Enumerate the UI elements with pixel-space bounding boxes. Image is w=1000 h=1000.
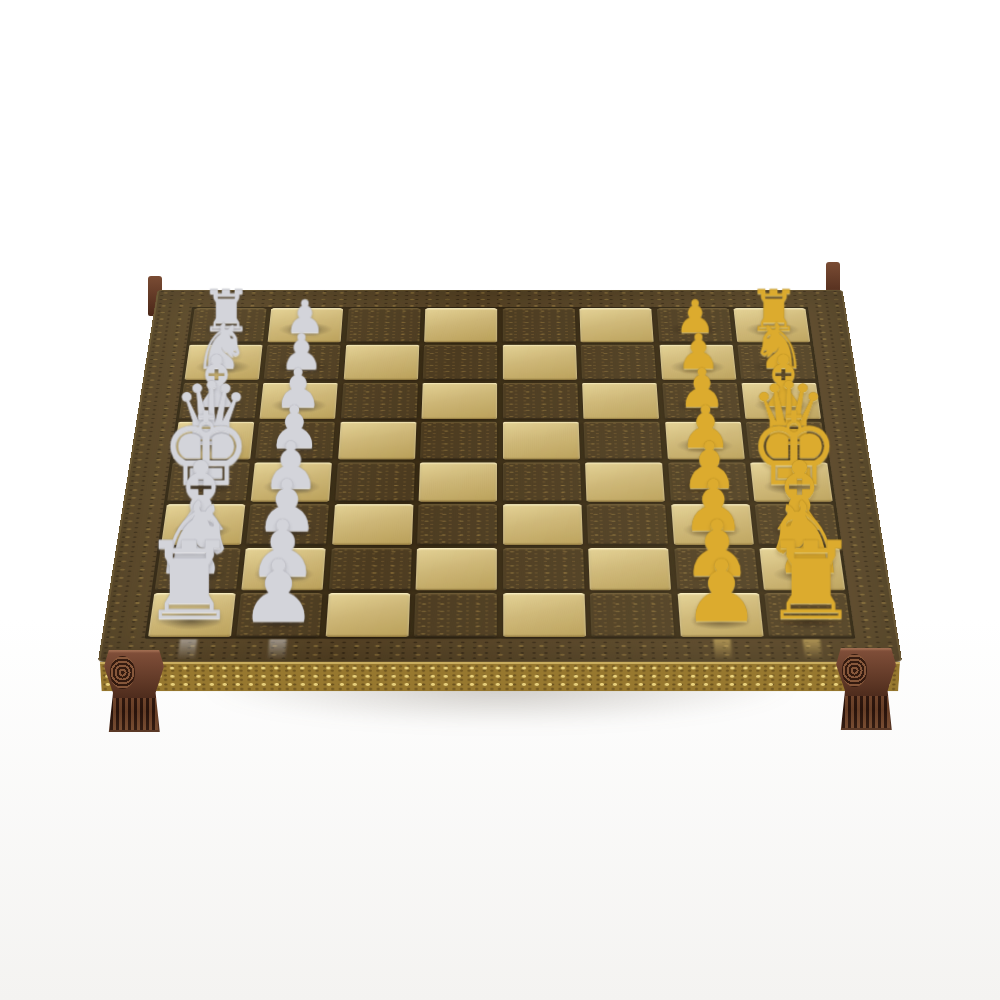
board-foot-front-right <box>836 648 896 730</box>
piece-contact-shadow <box>275 322 335 337</box>
piece-contact-shadow <box>677 478 741 495</box>
board-scene: ♜♟♟♜♞♟♟♞♝♟♟♝♛♟♟♛♚♟♟♚♝♟♟♝♞♟♟♞♜♟♟♜ <box>0 0 1000 1000</box>
square-g5 <box>503 548 584 590</box>
piece-contact-shadow <box>742 322 802 337</box>
piece-contact-shadow <box>668 359 729 375</box>
piece-reflection <box>714 639 733 660</box>
piece-reflection <box>178 639 198 660</box>
piece-reflection <box>802 639 822 660</box>
photo-stage: ♜♟♟♜♞♟♟♞♝♟♟♝♛♟♟♛♚♟♟♚♝♟♟♝♞♟♟♞♜♟♟♜ <box>0 0 1000 1000</box>
piece-contact-shadow <box>157 611 226 630</box>
square-h4 <box>414 593 497 637</box>
piece-reflection <box>267 639 286 660</box>
piece-contact-shadow <box>746 359 807 375</box>
square-a4 <box>424 308 497 342</box>
square-g3 <box>328 548 411 590</box>
chess-board: ♜♟♟♜♞♟♟♞♝♟♟♝♛♟♟♛♚♟♟♚♝♟♟♝♞♟♟♞♜♟♟♜ <box>98 290 902 662</box>
piece-contact-shadow <box>259 478 323 495</box>
piece-contact-shadow <box>687 611 755 630</box>
square-a3 <box>346 308 420 342</box>
piece-contact-shadow <box>192 359 253 375</box>
square-g4 <box>416 548 497 590</box>
square-h3 <box>325 593 409 637</box>
square-g6 <box>588 548 671 590</box>
square-a6 <box>579 308 653 342</box>
piece-contact-shadow <box>774 611 843 630</box>
piece-contact-shadow <box>272 359 333 375</box>
piece-contact-shadow <box>197 322 257 337</box>
square-h6 <box>590 593 674 637</box>
piece-contact-shadow <box>665 322 725 337</box>
square-h5 <box>503 593 586 637</box>
board-foot-front-left <box>104 650 164 732</box>
piece-contact-shadow <box>760 478 825 495</box>
square-a5 <box>502 308 575 342</box>
piece-contact-shadow <box>175 478 240 495</box>
board-front-edge <box>100 662 900 691</box>
piece-contact-shadow <box>245 611 313 630</box>
